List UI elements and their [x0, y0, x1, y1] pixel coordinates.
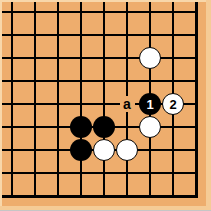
board-intersection: [185, 116, 208, 139]
board-intersection: [116, 185, 139, 208]
board-intersection: [1, 70, 24, 93]
board-intersection: [70, 93, 93, 116]
board-intersection: [139, 162, 162, 185]
board-intersection: [24, 70, 47, 93]
board-intersection: [47, 93, 70, 116]
board-intersection: [162, 116, 185, 139]
board-intersection: [47, 24, 70, 47]
board-intersection: [70, 47, 93, 70]
board-intersection: [93, 185, 116, 208]
board-intersection: [70, 70, 93, 93]
board-intersection: [24, 162, 47, 185]
board-intersection: [116, 162, 139, 185]
board-intersection: [139, 185, 162, 208]
board-intersection: [47, 47, 70, 70]
board-bevel-right: [206, 0, 211, 211]
board-intersection: [1, 1, 24, 24]
board-intersection: [185, 93, 208, 116]
stone-black: [93, 116, 115, 138]
board-intersection: [93, 47, 116, 70]
board-intersection: [47, 116, 70, 139]
board-intersection: [24, 1, 47, 24]
board-intersection: [162, 1, 185, 24]
board-intersection: [185, 1, 208, 24]
board-intersection: [70, 1, 93, 24]
stone-white: [116, 139, 138, 161]
board-intersection: [47, 70, 70, 93]
board-intersection: [24, 139, 47, 162]
board-intersection: [1, 93, 24, 116]
board-intersection: [24, 116, 47, 139]
board-intersection: [47, 1, 70, 24]
board-intersection: [1, 47, 24, 70]
stone-white: [93, 139, 115, 161]
board-intersection: [1, 185, 24, 208]
board-intersection: [93, 93, 116, 116]
board-intersection: [139, 70, 162, 93]
board-intersection: [162, 185, 185, 208]
stone-black-move-1: 1: [139, 93, 161, 115]
board-intersection: [1, 139, 24, 162]
board-intersection: [116, 116, 139, 139]
stone-black: [70, 139, 92, 161]
board-bevel-top: [0, 0, 211, 2]
board-intersection: [24, 185, 47, 208]
board-intersection: [116, 70, 139, 93]
board-intersection: [185, 70, 208, 93]
stone-white-move-2: 2: [162, 93, 184, 115]
board-intersection: [162, 24, 185, 47]
board-intersection: [47, 185, 70, 208]
board-intersection: [185, 162, 208, 185]
board-intersection: [70, 185, 93, 208]
board-intersection: [162, 139, 185, 162]
board-intersection: [93, 162, 116, 185]
board-intersection: [24, 24, 47, 47]
board-intersection: [162, 162, 185, 185]
board-intersection: [93, 24, 116, 47]
stone-white: [139, 116, 161, 138]
board-intersection: [116, 47, 139, 70]
point-label-a: a: [120, 96, 135, 112]
board-intersection: [1, 162, 24, 185]
board-intersection: [70, 162, 93, 185]
board-intersection: [185, 47, 208, 70]
board-intersection: [116, 1, 139, 24]
board-intersection: [185, 185, 208, 208]
board-intersection: [1, 24, 24, 47]
board-intersection: [185, 24, 208, 47]
board-intersection: [139, 1, 162, 24]
board-intersection: [47, 139, 70, 162]
board-intersection: [185, 139, 208, 162]
board-intersection: [24, 47, 47, 70]
board-intersection: [24, 93, 47, 116]
go-board-diagram: 12a: [0, 0, 211, 211]
board-intersection: [139, 24, 162, 47]
board-intersection: [47, 162, 70, 185]
board-intersection: [162, 70, 185, 93]
board-intersection: [93, 1, 116, 24]
board-intersection: [1, 116, 24, 139]
stone-white: [139, 47, 161, 69]
board-intersection: [70, 24, 93, 47]
board-intersection: [139, 139, 162, 162]
board-bevel-left: [0, 0, 2, 211]
board-intersection: [162, 47, 185, 70]
stone-black: [70, 116, 92, 138]
board-intersection: [116, 24, 139, 47]
board-edge-shadow: [0, 210, 211, 211]
board-intersection: [93, 70, 116, 93]
